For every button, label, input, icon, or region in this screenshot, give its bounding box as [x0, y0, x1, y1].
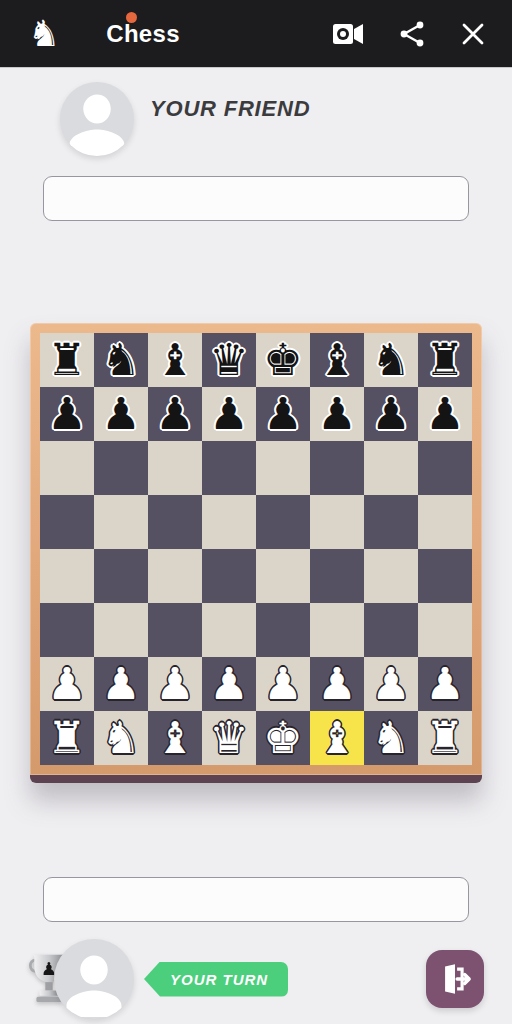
square-f1[interactable]: ♝: [310, 711, 364, 765]
square-e5[interactable]: [256, 495, 310, 549]
square-b6[interactable]: [94, 441, 148, 495]
opponent-avatar: [60, 82, 134, 156]
square-f6[interactable]: [310, 441, 364, 495]
piece-black-pawn: ♟: [317, 387, 356, 441]
square-b2[interactable]: ♟: [94, 657, 148, 711]
square-g8[interactable]: ♞: [364, 333, 418, 387]
header-actions: [332, 20, 486, 48]
piece-white-pawn: ♟: [209, 657, 248, 711]
square-b3[interactable]: [94, 603, 148, 657]
person-silhouette-icon: [61, 951, 127, 1017]
piece-black-pawn: ♟: [425, 387, 464, 441]
piece-black-pawn: ♟: [47, 387, 86, 441]
piece-black-king: ♚: [263, 333, 302, 387]
square-b8[interactable]: ♞: [94, 333, 148, 387]
square-h4[interactable]: [418, 549, 472, 603]
square-d1[interactable]: ♛: [202, 711, 256, 765]
piece-black-pawn: ♟: [155, 387, 194, 441]
square-d3[interactable]: [202, 603, 256, 657]
square-e4[interactable]: [256, 549, 310, 603]
piece-white-bishop: ♝: [155, 711, 194, 765]
board-frame: ♜♞♝♛♚♝♞♜♟♟♟♟♟♟♟♟♟♟♟♟♟♟♟♟♜♞♝♛♚♝♞♜: [30, 323, 482, 783]
piece-white-pawn: ♟: [155, 657, 194, 711]
square-c4[interactable]: [148, 549, 202, 603]
video-camera-icon: [332, 21, 364, 47]
player-chat-input[interactable]: [43, 877, 469, 922]
square-g6[interactable]: [364, 441, 418, 495]
square-e8[interactable]: ♚: [256, 333, 310, 387]
share-icon: [398, 20, 426, 48]
square-g3[interactable]: [364, 603, 418, 657]
square-c6[interactable]: [148, 441, 202, 495]
exit-game-button[interactable]: [426, 950, 484, 1008]
square-f4[interactable]: [310, 549, 364, 603]
square-a6[interactable]: [40, 441, 94, 495]
square-d5[interactable]: [202, 495, 256, 549]
square-e1[interactable]: ♚: [256, 711, 310, 765]
piece-black-pawn: ♟: [263, 387, 302, 441]
piece-black-bishop: ♝: [317, 333, 356, 387]
piece-white-pawn: ♟: [47, 657, 86, 711]
square-b5[interactable]: [94, 495, 148, 549]
square-c8[interactable]: ♝: [148, 333, 202, 387]
square-h1[interactable]: ♜: [418, 711, 472, 765]
square-a8[interactable]: ♜: [40, 333, 94, 387]
square-h7[interactable]: ♟: [418, 387, 472, 441]
piece-black-pawn: ♟: [209, 387, 248, 441]
square-h5[interactable]: [418, 495, 472, 549]
piece-white-pawn: ♟: [317, 657, 356, 711]
piece-white-knight: ♞: [101, 711, 140, 765]
square-a2[interactable]: ♟: [40, 657, 94, 711]
square-a7[interactable]: ♟: [40, 387, 94, 441]
piece-white-pawn: ♟: [425, 657, 464, 711]
square-a1[interactable]: ♜: [40, 711, 94, 765]
piece-black-rook: ♜: [47, 333, 86, 387]
square-f8[interactable]: ♝: [310, 333, 364, 387]
square-e2[interactable]: ♟: [256, 657, 310, 711]
square-d8[interactable]: ♛: [202, 333, 256, 387]
your-turn-badge: YOUR TURN: [144, 962, 288, 997]
piece-white-queen: ♛: [209, 711, 248, 765]
piece-white-pawn: ♟: [371, 657, 410, 711]
piece-black-rook: ♜: [425, 333, 464, 387]
piece-white-rook: ♜: [425, 711, 464, 765]
square-f5[interactable]: [310, 495, 364, 549]
footer: ♟ YOUR TURN: [0, 936, 512, 1022]
square-b4[interactable]: [94, 549, 148, 603]
video-camera-button[interactable]: [332, 21, 364, 47]
square-f7[interactable]: ♟: [310, 387, 364, 441]
piece-white-rook: ♜: [47, 711, 86, 765]
piece-black-queen: ♛: [209, 333, 248, 387]
share-button[interactable]: [398, 20, 426, 48]
square-f3[interactable]: [310, 603, 364, 657]
close-icon: [460, 21, 486, 47]
square-g1[interactable]: ♞: [364, 711, 418, 765]
knight-logo-icon: ♞: [28, 16, 60, 52]
square-g2[interactable]: ♟: [364, 657, 418, 711]
square-a3[interactable]: [40, 603, 94, 657]
square-g5[interactable]: [364, 495, 418, 549]
square-d7[interactable]: ♟: [202, 387, 256, 441]
square-d6[interactable]: [202, 441, 256, 495]
square-c5[interactable]: [148, 495, 202, 549]
exit-door-icon: [438, 962, 472, 996]
square-g7[interactable]: ♟: [364, 387, 418, 441]
player-avatar: [54, 939, 134, 1019]
square-c1[interactable]: ♝: [148, 711, 202, 765]
header: ♞ Chess: [0, 0, 512, 67]
piece-white-king: ♚: [263, 711, 302, 765]
opponent-chat-input[interactable]: [43, 176, 469, 221]
square-f2[interactable]: ♟: [310, 657, 364, 711]
square-c2[interactable]: ♟: [148, 657, 202, 711]
square-b7[interactable]: ♟: [94, 387, 148, 441]
piece-black-knight: ♞: [101, 333, 140, 387]
piece-black-pawn: ♟: [371, 387, 410, 441]
close-button[interactable]: [460, 21, 486, 47]
square-a5[interactable]: [40, 495, 94, 549]
square-c3[interactable]: [148, 603, 202, 657]
square-b1[interactable]: ♞: [94, 711, 148, 765]
page-title: Chess: [106, 20, 180, 48]
square-e7[interactable]: ♟: [256, 387, 310, 441]
square-e6[interactable]: [256, 441, 310, 495]
person-silhouette-icon: [64, 90, 130, 156]
piece-white-bishop: ♝: [317, 711, 356, 765]
square-c7[interactable]: ♟: [148, 387, 202, 441]
board: ♜♞♝♛♚♝♞♜♟♟♟♟♟♟♟♟♟♟♟♟♟♟♟♟♜♞♝♛♚♝♞♜: [40, 333, 472, 765]
square-h8[interactable]: ♜: [418, 333, 472, 387]
piece-black-pawn: ♟: [101, 387, 140, 441]
piece-white-pawn: ♟: [101, 657, 140, 711]
piece-black-knight: ♞: [371, 333, 410, 387]
square-d4[interactable]: [202, 549, 256, 603]
opponent-name: YOUR FRIEND: [150, 96, 310, 122]
square-g4[interactable]: [364, 549, 418, 603]
presence-dot: [126, 12, 137, 23]
chess-app: ♞ Chess: [0, 0, 512, 1022]
opponent-row: YOUR FRIEND: [60, 82, 512, 160]
piece-white-knight: ♞: [371, 711, 410, 765]
square-h2[interactable]: ♟: [418, 657, 472, 711]
square-h6[interactable]: [418, 441, 472, 495]
square-a4[interactable]: [40, 549, 94, 603]
piece-white-pawn: ♟: [263, 657, 302, 711]
piece-black-bishop: ♝: [155, 333, 194, 387]
square-d2[interactable]: ♟: [202, 657, 256, 711]
board-wrap: ♜♞♝♛♚♝♞♜♟♟♟♟♟♟♟♟♟♟♟♟♟♟♟♟♜♞♝♛♚♝♞♜: [0, 323, 512, 783]
square-h3[interactable]: [418, 603, 472, 657]
square-e3[interactable]: [256, 603, 310, 657]
